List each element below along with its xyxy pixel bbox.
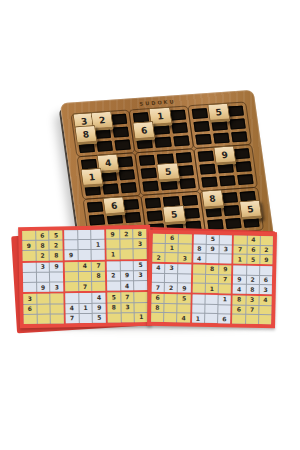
- number-tile: 5: [207, 103, 231, 123]
- puzzle-cell: [247, 266, 259, 275]
- puzzle-cell: 4: [65, 304, 78, 313]
- puzzle-cell: [65, 262, 78, 271]
- puzzle-cell: [152, 273, 164, 282]
- puzzle-block: 52934: [107, 261, 148, 291]
- puzzle-block: 6123: [152, 234, 191, 263]
- number-tile: 9: [213, 145, 237, 165]
- board-hole: 9: [215, 150, 231, 161]
- puzzle-cell: 6: [260, 276, 272, 285]
- board-hole: 5: [159, 166, 175, 177]
- board-hole: 2: [93, 115, 109, 126]
- puzzle-block: 92831: [106, 229, 147, 259]
- puzzle-cell: [51, 304, 64, 313]
- board-hole: [227, 106, 243, 117]
- puzzle-cell: 9: [233, 275, 245, 284]
- puzzle-cell: [24, 315, 37, 324]
- board-hole: 8: [77, 129, 93, 140]
- puzzle-cell: [79, 272, 92, 281]
- board-hole: [223, 205, 239, 216]
- puzzle-cell: 4: [78, 262, 91, 271]
- puzzle-cell: [120, 250, 133, 259]
- board-hole: [183, 208, 199, 219]
- puzzle-cell: [65, 272, 78, 281]
- board-hole: [201, 177, 217, 188]
- puzzle-cell: 3: [121, 303, 134, 312]
- puzzle-cell: [178, 274, 190, 283]
- puzzle-cell: [50, 272, 63, 281]
- puzzle-cell: [165, 294, 177, 303]
- board-hole: [115, 140, 131, 151]
- puzzle-cell: [64, 230, 77, 239]
- puzzle-cell: 8: [206, 265, 218, 274]
- puzzle-cell: 9: [50, 262, 63, 271]
- puzzle-block: 6598228: [22, 230, 63, 260]
- puzzle-cell: 5: [134, 261, 147, 270]
- puzzle-cell: 9: [121, 271, 134, 280]
- puzzle-cell: [23, 263, 36, 272]
- puzzle-cell: 2: [152, 253, 164, 262]
- number-tile: 6: [102, 196, 126, 216]
- puzzle-cell: [78, 250, 91, 259]
- board-hole: [231, 131, 247, 142]
- number-tile: 1: [80, 168, 104, 188]
- number-tile: 8: [201, 189, 225, 209]
- puzzle-cell: [64, 240, 77, 249]
- puzzle-cell: [107, 281, 120, 290]
- puzzle-cell: [192, 295, 204, 304]
- puzzle-cell: [205, 295, 217, 304]
- puzzle-cell: 4: [178, 314, 190, 323]
- board-hole: [197, 151, 213, 162]
- puzzle-cell: [106, 240, 119, 249]
- puzzle-cell: 9: [219, 265, 231, 274]
- puzzle-cell: 8: [246, 285, 258, 294]
- board-hole: [195, 134, 211, 145]
- puzzle-cell: 1: [166, 244, 178, 253]
- puzzle-cell: 2: [107, 271, 120, 280]
- puzzle-cell: [205, 305, 217, 314]
- puzzle-block: 83467: [232, 295, 271, 324]
- puzzle-cell: [134, 249, 147, 258]
- board-hole: 6: [105, 200, 121, 211]
- puzzle-cell: 9: [93, 303, 106, 312]
- puzzle-cell: 8: [151, 303, 163, 312]
- puzzle-cell: [218, 305, 230, 314]
- puzzle-cell: 8: [92, 272, 105, 281]
- puzzle-cell: 3: [220, 245, 232, 254]
- number-tile: 8: [74, 125, 98, 145]
- puzzle-cell: [79, 293, 92, 302]
- puzzle-cell: [78, 240, 91, 249]
- puzzle-cell: [65, 293, 78, 302]
- board-hole: [119, 169, 135, 180]
- puzzle-cell: [23, 283, 36, 292]
- board-hole: [221, 192, 237, 203]
- board-hole: [193, 121, 209, 132]
- booklet-left-page: 6598228199283139934787529343644197557831: [18, 225, 152, 328]
- puzzle-cell: 3: [246, 296, 258, 305]
- puzzle-cell: [260, 266, 272, 275]
- board-hole: [179, 178, 195, 189]
- board-hole: [87, 202, 103, 213]
- board-hole: [199, 164, 215, 175]
- puzzle-cell: [37, 304, 50, 313]
- puzzle-cell: [219, 284, 231, 293]
- puzzle-cell: [193, 274, 205, 283]
- puzzle-cell: 5: [207, 235, 219, 244]
- puzzle-cell: 7: [121, 292, 134, 301]
- puzzle-cell: 4: [121, 281, 134, 290]
- puzzle-booklet: 6598228199283139934787529343644197557831…: [14, 220, 276, 342]
- puzzle-cell: [135, 302, 148, 311]
- puzzle-cell: 6: [218, 314, 230, 323]
- puzzle-block: 58934: [193, 235, 232, 264]
- puzzle-cell: 8: [134, 229, 147, 238]
- puzzle-cell: 8: [36, 241, 49, 250]
- puzzle-cell: [151, 313, 163, 322]
- puzzle-cell: 3: [134, 239, 147, 248]
- puzzle-cell: 5: [107, 293, 120, 302]
- puzzle-cell: 5: [50, 230, 63, 239]
- puzzle-cell: 6: [151, 294, 163, 303]
- board-hole: [175, 152, 191, 163]
- puzzle-block: 4787: [65, 261, 106, 291]
- puzzle-cell: [120, 239, 133, 248]
- booklet-right-page: 6123589344762159437298971926483658411683…: [147, 230, 277, 329]
- puzzle-block: 6584: [151, 294, 190, 323]
- puzzle-cell: [219, 254, 231, 263]
- board-hole: 4: [99, 158, 115, 169]
- puzzle-cell: 2: [120, 229, 133, 238]
- puzzle-block: 116: [192, 295, 231, 324]
- puzzle-cell: [51, 294, 64, 303]
- puzzle-cell: 4: [93, 293, 106, 302]
- board-hole: [169, 110, 185, 121]
- board-box: 41: [81, 156, 137, 195]
- board-hole: [177, 165, 193, 176]
- puzzle-cell: [78, 230, 91, 239]
- puzzle-cell: [37, 294, 50, 303]
- puzzle-cell: [193, 235, 205, 244]
- right-page-grid: 6123589344762159437298971926483658411683…: [151, 234, 273, 324]
- puzzle-block: 4762159: [234, 235, 273, 264]
- puzzle-cell: [37, 272, 50, 281]
- puzzle-cell: [153, 243, 165, 252]
- puzzle-cell: 1: [192, 314, 204, 323]
- board-hole: [213, 133, 229, 144]
- board-hole: [235, 161, 251, 172]
- puzzle-cell: 4: [152, 264, 164, 273]
- puzzle-cell: 3: [165, 264, 177, 273]
- product-photo: SUDOKU 32816541596585 659822819928313993…: [0, 0, 300, 450]
- puzzle-cell: [164, 313, 176, 322]
- puzzle-cell: 6: [166, 234, 178, 243]
- puzzle-cell: [92, 230, 105, 239]
- puzzle-cell: 3: [179, 254, 191, 263]
- puzzle-cell: 8: [50, 251, 63, 260]
- number-tile: 6: [132, 121, 156, 141]
- puzzle-cell: [51, 314, 64, 323]
- puzzle-cell: 9: [37, 283, 50, 292]
- number-tile: 5: [156, 162, 180, 182]
- board-hole: [113, 127, 129, 138]
- puzzle-block: 43729: [152, 264, 191, 293]
- puzzle-cell: [121, 313, 134, 322]
- puzzle-cell: 3: [50, 282, 63, 291]
- puzzle-cell: 1: [219, 295, 231, 304]
- board-hole: [141, 168, 157, 179]
- board-hole: [219, 175, 235, 186]
- puzzle-block: 8971: [192, 265, 231, 294]
- puzzle-cell: 2: [260, 246, 272, 255]
- board-hole: [123, 199, 139, 210]
- puzzle-cell: [22, 231, 35, 240]
- puzzle-cell: 5: [93, 313, 106, 322]
- puzzle-cell: [232, 315, 244, 324]
- puzzle-cell: [259, 315, 271, 324]
- puzzle-cell: [135, 292, 148, 301]
- puzzle-cell: 2: [246, 275, 258, 284]
- puzzle-cell: 5: [247, 255, 259, 264]
- puzzle-cell: [107, 261, 120, 270]
- board-hole: 5: [209, 107, 225, 118]
- left-page-grid: 6598228199283139934787529343644197557831: [22, 229, 148, 324]
- puzzle-cell: 9: [106, 229, 119, 238]
- board-hole: [233, 148, 249, 159]
- puzzle-cell: [92, 250, 105, 259]
- puzzle-cell: [165, 274, 177, 283]
- board-hole: 8: [203, 193, 219, 204]
- board-hole: [145, 198, 161, 209]
- puzzle-cell: 9: [178, 284, 190, 293]
- puzzle-cell: 9: [260, 255, 272, 264]
- puzzle-cell: [23, 273, 36, 282]
- puzzle-cell: [134, 281, 147, 290]
- puzzle-block: 36: [23, 294, 64, 324]
- puzzle-cell: 1: [92, 240, 105, 249]
- board-hole: 5: [241, 204, 257, 215]
- puzzle-cell: 4: [193, 254, 205, 263]
- board-hole: [155, 137, 171, 148]
- puzzle-cell: 7: [246, 305, 258, 314]
- puzzle-cell: 3: [259, 285, 271, 294]
- puzzle-cell: [108, 313, 121, 322]
- puzzle-cell: 8: [233, 295, 245, 304]
- puzzle-block: 57831: [107, 292, 148, 322]
- board-hole: [121, 182, 137, 193]
- puzzle-cell: 6: [233, 305, 245, 314]
- puzzle-cell: [179, 264, 191, 273]
- board-hole: [237, 174, 253, 185]
- board-hole: [103, 183, 119, 194]
- puzzle-cell: 6: [247, 245, 259, 254]
- puzzle-block: 19: [64, 230, 105, 260]
- puzzle-cell: [205, 314, 217, 323]
- puzzle-cell: 2: [165, 283, 177, 292]
- board-grid: 32816541596585: [75, 106, 260, 239]
- puzzle-cell: [234, 235, 246, 244]
- puzzle-cell: 2: [36, 251, 49, 260]
- board-hole: [173, 135, 189, 146]
- board-box: 5: [139, 152, 195, 191]
- board-box: 328: [75, 114, 131, 153]
- puzzle-cell: 1: [135, 313, 148, 322]
- puzzle-cell: [92, 282, 105, 291]
- puzzle-cell: 4: [233, 285, 245, 294]
- puzzle-cell: [120, 261, 133, 270]
- puzzle-cell: [193, 265, 205, 274]
- puzzle-cell: [178, 304, 190, 313]
- puzzle-cell: [206, 254, 218, 263]
- puzzle-cell: 9: [65, 251, 78, 260]
- puzzle-cell: 8: [107, 303, 120, 312]
- puzzle-block: 926483: [233, 265, 272, 294]
- puzzle-cell: [246, 315, 258, 324]
- puzzle-cell: 3: [23, 294, 36, 303]
- puzzle-cell: 7: [92, 261, 105, 270]
- puzzle-block: 441975: [65, 293, 106, 323]
- puzzle-cell: 1: [107, 250, 120, 259]
- board-box: 16: [133, 110, 189, 149]
- puzzle-cell: 5: [178, 294, 190, 303]
- puzzle-cell: [79, 314, 92, 323]
- board-hole: [117, 156, 133, 167]
- puzzle-cell: 3: [36, 262, 49, 271]
- puzzle-cell: 4: [259, 296, 271, 305]
- puzzle-cell: 7: [234, 245, 246, 254]
- puzzle-cell: [192, 284, 204, 293]
- puzzle-cell: [220, 235, 232, 244]
- puzzle-cell: [37, 314, 50, 323]
- board-hole: [191, 108, 207, 119]
- board-hole: [139, 155, 155, 166]
- puzzle-cell: [179, 234, 191, 243]
- puzzle-cell: 4: [247, 236, 259, 245]
- puzzle-cell: [165, 304, 177, 313]
- puzzle-cell: [153, 234, 165, 243]
- puzzle-cell: 6: [36, 231, 49, 240]
- puzzle-cell: [259, 306, 271, 315]
- puzzle-cell: [233, 265, 245, 274]
- puzzle-cell: 7: [79, 282, 92, 291]
- puzzle-cell: [166, 253, 178, 262]
- puzzle-block: 3993: [23, 262, 64, 292]
- puzzle-cell: [65, 282, 78, 291]
- puzzle-cell: 9: [22, 241, 35, 250]
- board-box: 9: [197, 148, 253, 187]
- puzzle-cell: 7: [66, 314, 79, 323]
- board-hole: [229, 118, 245, 129]
- puzzle-cell: 7: [219, 275, 231, 284]
- puzzle-cell: 2: [50, 241, 63, 250]
- puzzle-cell: 1: [234, 255, 246, 264]
- puzzle-cell: 8: [193, 244, 205, 253]
- puzzle-cell: 3: [134, 271, 147, 280]
- puzzle-cell: 6: [23, 304, 36, 313]
- puzzle-cell: 1: [79, 303, 92, 312]
- board-hole: [111, 114, 127, 125]
- board-hole: [181, 195, 197, 206]
- number-tile: 5: [239, 200, 263, 220]
- board-hole: 5: [165, 209, 181, 220]
- puzzle-cell: [206, 275, 218, 284]
- board-hole: 1: [151, 111, 167, 122]
- puzzle-cell: [23, 251, 36, 260]
- board-hole: 1: [83, 172, 99, 183]
- board-hole: 6: [135, 125, 151, 136]
- board-hole: [143, 181, 159, 192]
- puzzle-cell: 7: [152, 283, 164, 292]
- puzzle-cell: 9: [206, 245, 218, 254]
- puzzle-cell: [179, 244, 191, 253]
- board-box: 5: [191, 106, 247, 145]
- board-hole: [171, 123, 187, 134]
- board-hole: [97, 141, 113, 152]
- puzzle-cell: 1: [206, 284, 218, 293]
- puzzle-cell: [260, 236, 272, 245]
- puzzle-cell: [192, 304, 204, 313]
